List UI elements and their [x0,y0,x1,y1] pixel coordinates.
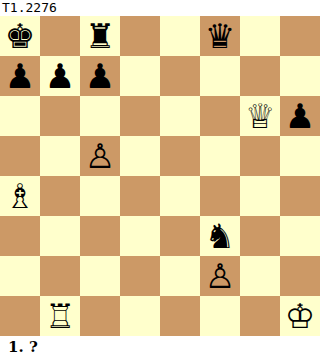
square-b5[interactable] [40,136,80,176]
black-rook-c8: ♜ [85,16,115,56]
square-h8[interactable] [280,16,320,56]
square-f2[interactable]: ♙ [200,256,240,296]
square-g4[interactable] [240,176,280,216]
square-c7[interactable]: ♟ [80,56,120,96]
chess-diagram-page: T1.2276 ♚♜♛♟♟♟♕♟♙♗♞♙♖♔ 1. ? [0,0,320,360]
white-pawn-c5: ♙ [85,136,115,176]
square-d4[interactable] [120,176,160,216]
square-b4[interactable] [40,176,80,216]
square-b2[interactable] [40,256,80,296]
square-e8[interactable] [160,16,200,56]
square-a8[interactable]: ♚ [0,16,40,56]
square-a4[interactable]: ♗ [0,176,40,216]
square-h5[interactable] [280,136,320,176]
black-pawn-c7: ♟ [85,56,115,96]
square-b6[interactable] [40,96,80,136]
square-g6[interactable]: ♕ [240,96,280,136]
square-c5[interactable]: ♙ [80,136,120,176]
square-e4[interactable] [160,176,200,216]
square-d8[interactable] [120,16,160,56]
square-h4[interactable] [280,176,320,216]
square-e7[interactable] [160,56,200,96]
square-f7[interactable] [200,56,240,96]
black-knight-f3: ♞ [205,216,235,256]
square-g7[interactable] [240,56,280,96]
square-c2[interactable] [80,256,120,296]
square-g5[interactable] [240,136,280,176]
square-f5[interactable] [200,136,240,176]
white-pawn-f2: ♙ [205,256,235,296]
white-rook-b1: ♖ [45,296,75,336]
square-c3[interactable] [80,216,120,256]
square-c8[interactable]: ♜ [80,16,120,56]
square-g3[interactable] [240,216,280,256]
square-a1[interactable] [0,296,40,336]
square-b8[interactable] [40,16,80,56]
square-d1[interactable] [120,296,160,336]
square-h7[interactable] [280,56,320,96]
square-a6[interactable] [0,96,40,136]
square-e3[interactable] [160,216,200,256]
square-d2[interactable] [120,256,160,296]
square-f1[interactable] [200,296,240,336]
black-pawn-b7: ♟ [45,56,75,96]
square-a2[interactable] [0,256,40,296]
square-c6[interactable] [80,96,120,136]
square-h2[interactable] [280,256,320,296]
chess-board: ♚♜♛♟♟♟♕♟♙♗♞♙♖♔ [0,16,320,336]
square-d3[interactable] [120,216,160,256]
square-d5[interactable] [120,136,160,176]
square-b7[interactable]: ♟ [40,56,80,96]
square-e2[interactable] [160,256,200,296]
white-bishop-a4: ♗ [5,176,35,216]
square-f8[interactable]: ♛ [200,16,240,56]
square-d7[interactable] [120,56,160,96]
square-e5[interactable] [160,136,200,176]
square-h1[interactable]: ♔ [280,296,320,336]
square-g8[interactable] [240,16,280,56]
black-queen-f8: ♛ [205,16,235,56]
square-h6[interactable]: ♟ [280,96,320,136]
puzzle-title: T1.2276 [0,0,320,16]
square-a7[interactable]: ♟ [0,56,40,96]
square-d6[interactable] [120,96,160,136]
white-king-h1: ♔ [285,296,315,336]
white-queen-g6: ♕ [245,96,275,136]
move-prompt: 1. ? [0,336,320,360]
square-h3[interactable] [280,216,320,256]
square-f6[interactable] [200,96,240,136]
square-g1[interactable] [240,296,280,336]
black-pawn-h6: ♟ [285,96,315,136]
square-a5[interactable] [0,136,40,176]
square-b3[interactable] [40,216,80,256]
square-a3[interactable] [0,216,40,256]
square-e6[interactable] [160,96,200,136]
square-f3[interactable]: ♞ [200,216,240,256]
square-b1[interactable]: ♖ [40,296,80,336]
square-f4[interactable] [200,176,240,216]
square-e1[interactable] [160,296,200,336]
square-c4[interactable] [80,176,120,216]
square-c1[interactable] [80,296,120,336]
black-king-a8: ♚ [5,16,35,56]
black-pawn-a7: ♟ [5,56,35,96]
square-g2[interactable] [240,256,280,296]
